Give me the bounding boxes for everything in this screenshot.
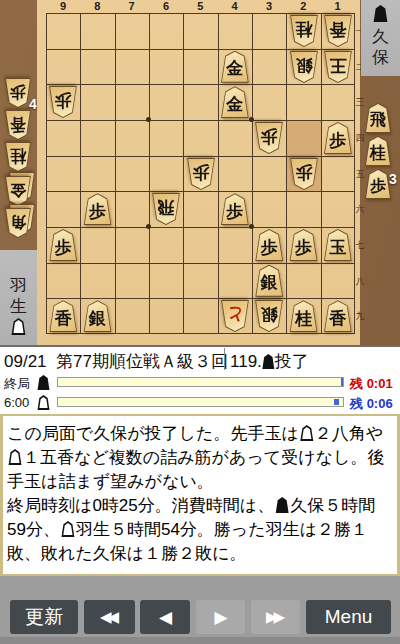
piece-gote-p-promotedp: と — [220, 300, 250, 332]
event-date: 09/21 — [4, 352, 47, 371]
piece-sente-G: 金 — [220, 51, 250, 83]
file-label: 4 — [218, 0, 252, 12]
piece-sente-N: 桂 — [289, 300, 319, 332]
piece-gote-s: 銀 — [289, 51, 319, 83]
bottom-player-name-char2: 生 — [0, 295, 37, 318]
commentary-text: この局面で久保が投了した。先手玉は２八角や１五香など複数の詰み筋があって受けなし… — [0, 414, 400, 576]
forward-to-end-button[interactable]: ▶▶ — [251, 600, 300, 634]
black-piece-icon — [262, 354, 275, 369]
white-clock-label: 6:00 — [4, 395, 29, 410]
file-label: 5 — [183, 0, 217, 12]
piece-gote-n: 桂 — [4, 142, 32, 172]
piece-gote-l: 香 — [323, 15, 353, 47]
piece-gote-r: 飛 — [151, 193, 181, 225]
white-piece-icon — [11, 318, 26, 335]
piece-gote-p: 歩 — [186, 158, 216, 190]
shogi-app-screen: 987654321 一二三四五六七八九 桂香金銀王歩金歩歩歩歩歩飛歩歩歩歩玉銀香… — [0, 0, 400, 644]
left-arrow-icon: ◀ — [159, 607, 171, 628]
piece-sente-P: 歩 — [220, 193, 250, 225]
piece-sente-K: 玉 — [323, 229, 353, 261]
piece-gote-p: 歩 — [254, 122, 284, 154]
top-player-name-char1: 久 — [361, 25, 400, 48]
next-move-button[interactable]: ▶ — [196, 600, 245, 634]
piece-gote-p: 歩 — [289, 158, 319, 190]
file-label: 3 — [252, 0, 286, 12]
piece-sente-P: 歩 — [364, 169, 392, 199]
last-move-label: 119.投了 — [230, 350, 309, 373]
divider — [224, 348, 225, 370]
event-name: 第77期順位戦Ａ級３回 — [56, 352, 228, 371]
white-piece-icon — [61, 521, 75, 537]
rank-label: 七 — [355, 239, 365, 252]
black-piece-icon — [373, 5, 388, 22]
piece-sente-P: 歩 — [83, 193, 113, 225]
file-label: 1 — [321, 0, 355, 12]
file-label: 2 — [286, 0, 320, 12]
file-label: 9 — [46, 0, 80, 12]
white-piece-icon — [37, 395, 50, 410]
bottom-player-name-char1: 羽 — [0, 274, 37, 297]
game-status-bar: 09/21 第77期順位戦Ａ級３回 119.投了 — [0, 345, 400, 371]
board-area: 987654321 一二三四五六七八九 桂香金銀王歩金歩歩歩歩歩飛歩歩歩歩玉銀香… — [0, 0, 400, 345]
black-time-marker — [341, 378, 343, 386]
menu-button[interactable]: Menu — [306, 600, 391, 634]
piece-sente-P: 歩 — [289, 229, 319, 261]
piece-sente-P: 歩 — [48, 229, 78, 261]
rank-label: 六 — [355, 203, 365, 216]
piece-gote-p: 歩 — [4, 78, 32, 108]
previous-move-button[interactable]: ◀ — [140, 600, 190, 634]
white-clock-row: 6:00 残 0:06 — [0, 392, 400, 412]
white-remaining-time: 残 0:06 — [350, 395, 393, 413]
last-move-highlight-square — [287, 121, 320, 156]
black-piece-icon — [37, 375, 50, 390]
piece-gote-g: 金 — [4, 176, 32, 206]
piece-sente-P: 歩 — [254, 229, 284, 261]
rewind-to-start-button[interactable]: ◀◀ — [84, 600, 135, 634]
black-piece-icon — [275, 497, 289, 513]
black-remaining-time: 残 0:01 — [350, 375, 393, 393]
sente-pawn-count: 3 — [389, 171, 397, 187]
star-point — [146, 224, 151, 229]
file-label: 8 — [80, 0, 114, 12]
file-label: 6 — [149, 0, 183, 12]
piece-sente-P: 歩 — [323, 122, 353, 154]
event-title: 09/21 第77期順位戦Ａ級３回 — [4, 350, 228, 373]
white-time-bar — [57, 397, 344, 407]
white-piece-icon — [8, 449, 22, 465]
piece-sente-L: 香 — [48, 300, 78, 332]
refresh-button[interactable]: 更新 — [10, 600, 78, 634]
bottom-toolbar: 更新 ◀◀ ◀ ▶ ▶▶ Menu — [0, 576, 400, 644]
piece-sente-G: 金 — [220, 86, 250, 118]
top-player-plate: 久 保 — [361, 0, 400, 76]
clock-panel: 終局 残 0:01 6:00 残 0:06 — [0, 371, 400, 414]
piece-sente-S: 銀 — [254, 265, 284, 297]
piece-gote-k: 王 — [323, 51, 353, 83]
piece-gote-p: 歩 — [48, 86, 78, 118]
file-label: 7 — [115, 0, 149, 12]
black-clock-label: 終局 — [4, 375, 30, 393]
piece-gote-l: 香 — [4, 110, 32, 140]
star-point — [146, 117, 151, 122]
white-time-marker — [334, 399, 339, 405]
piece-gote-n: 桂 — [289, 15, 319, 47]
white-piece-icon — [300, 425, 314, 441]
black-time-bar — [57, 377, 344, 387]
rank-label: 八 — [355, 275, 365, 288]
board-grid: 桂香金銀王歩金歩歩歩歩歩飛歩歩歩歩玉銀香銀と銀桂香 — [46, 13, 355, 334]
rank-label: 九 — [355, 310, 365, 323]
piece-sente-N: 桂 — [364, 136, 392, 166]
piece-gote-s: 銀 — [254, 300, 284, 332]
piece-sente-R: 飛 — [364, 103, 392, 133]
right-arrow-icon: ▶ — [214, 607, 226, 628]
piece-sente-L: 香 — [323, 300, 353, 332]
top-player-name-char2: 保 — [361, 46, 400, 69]
double-left-arrow-icon: ◀◀ — [100, 608, 119, 626]
double-right-arrow-icon: ▶▶ — [266, 608, 285, 626]
bottom-player-plate: 羽 生 — [0, 250, 37, 345]
black-clock-row: 終局 残 0:01 — [0, 372, 400, 392]
piece-gote-b: 角 — [4, 208, 32, 238]
piece-sente-S: 銀 — [83, 300, 113, 332]
